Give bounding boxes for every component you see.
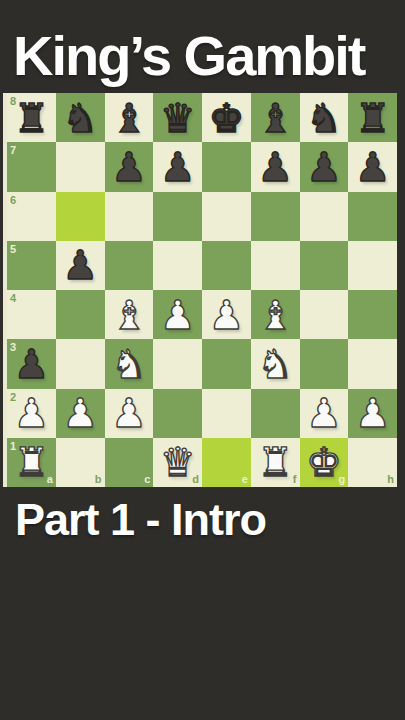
square-h8[interactable]: ♜	[348, 93, 397, 142]
square-f5[interactable]	[251, 241, 300, 290]
black-bishop[interactable]: ♝	[111, 98, 147, 138]
square-a5[interactable]: 5	[7, 241, 56, 290]
black-king[interactable]: ♚	[208, 98, 244, 138]
white-knight[interactable]: ♞	[257, 344, 293, 384]
square-e2[interactable]	[202, 389, 251, 438]
square-a3[interactable]: ♟3	[7, 339, 56, 388]
square-h4[interactable]	[348, 290, 397, 339]
file-label-f: f	[293, 474, 297, 485]
square-d5[interactable]	[153, 241, 202, 290]
square-b6[interactable]	[56, 192, 105, 241]
square-e7[interactable]	[202, 142, 251, 191]
square-a1[interactable]: ♜1a	[7, 438, 56, 487]
square-e3[interactable]	[202, 339, 251, 388]
square-g3[interactable]	[300, 339, 349, 388]
white-pawn[interactable]: ♟	[306, 393, 342, 433]
square-c7[interactable]: ♟	[105, 142, 154, 191]
rank-label-1: 1	[10, 441, 16, 452]
square-b2[interactable]: ♟	[56, 389, 105, 438]
black-pawn[interactable]: ♟	[257, 147, 293, 187]
square-f4[interactable]: ♝	[251, 290, 300, 339]
white-pawn[interactable]: ♟	[62, 393, 98, 433]
square-g7[interactable]: ♟	[300, 142, 349, 191]
rank-label-5: 5	[10, 244, 16, 255]
square-a6[interactable]: 6	[7, 192, 56, 241]
square-e4[interactable]: ♟	[202, 290, 251, 339]
part-label: Part 1 - Intro	[15, 497, 266, 542]
square-b5[interactable]: ♟	[56, 241, 105, 290]
square-c2[interactable]: ♟	[105, 389, 154, 438]
chess-board: ♜8♞♝♛♚♝♞♜7♟♟♟♟♟65♟4♝♟♟♝♟3♞♞♟2♟♟♟♟♜1abc♛d…	[7, 93, 397, 487]
square-d8[interactable]: ♛	[153, 93, 202, 142]
square-e5[interactable]	[202, 241, 251, 290]
square-h3[interactable]	[348, 339, 397, 388]
file-label-a: a	[47, 474, 53, 485]
rank-label-4: 4	[10, 293, 16, 304]
black-pawn[interactable]: ♟	[160, 147, 196, 187]
square-h5[interactable]	[348, 241, 397, 290]
square-h2[interactable]: ♟	[348, 389, 397, 438]
square-a2[interactable]: ♟2	[7, 389, 56, 438]
white-bishop[interactable]: ♝	[111, 295, 147, 335]
video-title: King’s Gambit	[13, 28, 365, 84]
square-e8[interactable]: ♚	[202, 93, 251, 142]
square-g8[interactable]: ♞	[300, 93, 349, 142]
rank-label-7: 7	[10, 145, 16, 156]
black-pawn[interactable]: ♟	[13, 344, 49, 384]
rank-label-2: 2	[10, 392, 16, 403]
square-c5[interactable]	[105, 241, 154, 290]
square-d3[interactable]	[153, 339, 202, 388]
square-a8[interactable]: ♜8	[7, 93, 56, 142]
black-bishop[interactable]: ♝	[257, 98, 293, 138]
rank-label-8: 8	[10, 96, 16, 107]
square-g2[interactable]: ♟	[300, 389, 349, 438]
square-b1[interactable]: b	[56, 438, 105, 487]
file-label-h: h	[387, 474, 394, 485]
square-b4[interactable]	[56, 290, 105, 339]
black-knight[interactable]: ♞	[306, 98, 342, 138]
file-label-d: d	[192, 474, 199, 485]
square-f6[interactable]	[251, 192, 300, 241]
square-c3[interactable]: ♞	[105, 339, 154, 388]
rank-label-6: 6	[10, 195, 16, 206]
rank-label-3: 3	[10, 342, 16, 353]
square-g1[interactable]: ♚g	[300, 438, 349, 487]
square-f1[interactable]: ♜f	[251, 438, 300, 487]
square-d1[interactable]: ♛d	[153, 438, 202, 487]
square-f3[interactable]: ♞	[251, 339, 300, 388]
white-queen[interactable]: ♛	[160, 442, 196, 482]
white-rook[interactable]: ♜	[13, 442, 49, 482]
white-pawn[interactable]: ♟	[13, 393, 49, 433]
file-label-g: g	[339, 474, 346, 485]
white-pawn[interactable]: ♟	[111, 393, 147, 433]
square-f2[interactable]	[251, 389, 300, 438]
square-b3[interactable]	[56, 339, 105, 388]
square-b7[interactable]	[56, 142, 105, 191]
black-rook[interactable]: ♜	[355, 98, 391, 138]
white-pawn[interactable]: ♟	[208, 295, 244, 335]
white-rook[interactable]: ♜	[257, 442, 293, 482]
square-f8[interactable]: ♝	[251, 93, 300, 142]
square-d4[interactable]: ♟	[153, 290, 202, 339]
black-rook[interactable]: ♜	[13, 98, 49, 138]
square-f7[interactable]: ♟	[251, 142, 300, 191]
square-d2[interactable]	[153, 389, 202, 438]
white-pawn[interactable]: ♟	[355, 393, 391, 433]
white-knight[interactable]: ♞	[111, 344, 147, 384]
white-pawn[interactable]: ♟	[160, 295, 196, 335]
white-bishop[interactable]: ♝	[257, 295, 293, 335]
black-pawn[interactable]: ♟	[62, 245, 98, 285]
black-pawn[interactable]: ♟	[355, 147, 391, 187]
square-e1[interactable]: e	[202, 438, 251, 487]
square-a4[interactable]: 4	[7, 290, 56, 339]
square-e6[interactable]	[202, 192, 251, 241]
square-h6[interactable]	[348, 192, 397, 241]
file-label-e: e	[242, 474, 248, 485]
black-pawn[interactable]: ♟	[111, 147, 147, 187]
square-c8[interactable]: ♝	[105, 93, 154, 142]
square-c6[interactable]	[105, 192, 154, 241]
square-d7[interactable]: ♟	[153, 142, 202, 191]
square-h7[interactable]: ♟	[348, 142, 397, 191]
square-g5[interactable]	[300, 241, 349, 290]
file-label-c: c	[144, 474, 150, 485]
square-a7[interactable]: 7	[7, 142, 56, 191]
white-king[interactable]: ♚	[306, 442, 342, 482]
black-queen[interactable]: ♛	[160, 98, 196, 138]
square-b8[interactable]: ♞	[56, 93, 105, 142]
square-g4[interactable]	[300, 290, 349, 339]
square-c4[interactable]: ♝	[105, 290, 154, 339]
square-g6[interactable]	[300, 192, 349, 241]
black-pawn[interactable]: ♟	[306, 147, 342, 187]
square-c1[interactable]: c	[105, 438, 154, 487]
square-h1[interactable]: h	[348, 438, 397, 487]
black-knight[interactable]: ♞	[62, 98, 98, 138]
file-label-b: b	[95, 474, 102, 485]
square-d6[interactable]	[153, 192, 202, 241]
